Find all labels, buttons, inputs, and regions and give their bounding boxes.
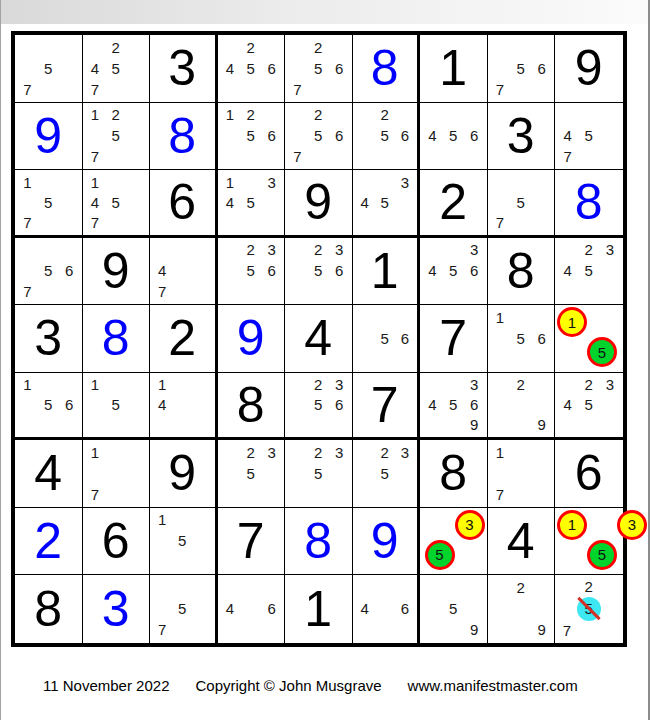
candidate-2: 2 xyxy=(240,37,261,58)
cell-r2c7[interactable]: 456 xyxy=(420,103,488,171)
cell-r9c1[interactable]: 8 xyxy=(15,575,83,643)
candidate-pos-2 xyxy=(443,577,464,598)
cell-r3c4[interactable]: 1345 xyxy=(218,170,286,238)
candidate-5: 5 xyxy=(105,125,126,146)
candidate-pos-6 xyxy=(261,463,282,484)
cell-r1c5[interactable]: 2567 xyxy=(285,35,353,103)
candidate-pos-7 xyxy=(557,367,587,370)
candidate-pos-6 xyxy=(617,337,621,367)
candidate-grid: 17 xyxy=(83,440,150,507)
candidate-pos-6 xyxy=(617,540,647,570)
candidate-pos-1 xyxy=(220,577,241,598)
candidate-4: 4 xyxy=(422,395,443,415)
entered-digit: 8 xyxy=(371,43,399,93)
candidate-pos-1 xyxy=(287,375,308,395)
candidate-5: 5 xyxy=(240,463,261,484)
candidate-pos-1 xyxy=(490,172,511,192)
candidate-5: 5 xyxy=(375,125,395,146)
highlight-yellow-candidate-1[interactable]: 1 xyxy=(557,307,587,337)
candidate-pos-8 xyxy=(443,146,464,167)
cell-r1c3[interactable]: 3 xyxy=(150,35,218,103)
cell-r2c8[interactable]: 3 xyxy=(488,103,556,171)
highlight-yellow-candidate-3[interactable]: 3 xyxy=(617,510,647,540)
candidate-pos-4 xyxy=(17,58,38,79)
candidate-pos-2 xyxy=(375,172,395,192)
candidate-pos-1 xyxy=(17,240,38,261)
candidate-pos-8 xyxy=(38,281,59,302)
candidate-6: 6 xyxy=(261,125,282,146)
candidate-pos-8 xyxy=(172,619,192,640)
cell-r3c9[interactable]: 8 xyxy=(555,170,623,238)
candidate-2: 2 xyxy=(308,375,329,395)
candidate-pos-4 xyxy=(85,395,106,415)
cell-r6c5[interactable]: 2356 xyxy=(285,373,353,441)
candidate-pos-5: 5 xyxy=(587,337,617,367)
candidate-pos-2 xyxy=(375,577,395,598)
cell-r6c3[interactable]: 14 xyxy=(150,373,218,441)
candidate-pos-9 xyxy=(126,484,147,505)
highlight-yellow-candidate-3[interactable]: 3 xyxy=(455,510,485,540)
cell-r7c3[interactable]: 9 xyxy=(150,440,218,508)
candidate-grid: 34569 xyxy=(420,373,487,438)
cell-r5c5[interactable]: 4 xyxy=(285,305,353,373)
candidate-grid: 567 xyxy=(488,35,555,102)
candidate-pos-1 xyxy=(355,577,375,598)
candidate-5: 5 xyxy=(38,192,59,212)
candidate-grid: 2356 xyxy=(218,238,285,305)
candidate-grid: 235 xyxy=(285,440,352,507)
given-digit: 6 xyxy=(168,177,196,227)
cell-r9c8[interactable]: 29 xyxy=(488,575,556,643)
cell-r4c1[interactable]: 567 xyxy=(15,238,83,306)
candidate-pos-9 xyxy=(395,484,415,505)
candidate-5: 5 xyxy=(375,463,395,484)
candidate-grid: 57 xyxy=(15,35,82,102)
cell-r5c2[interactable]: 8 xyxy=(83,305,151,373)
cell-r8c7[interactable]: 35 xyxy=(420,508,488,576)
candidate-3: 3 xyxy=(464,375,485,395)
cell-r7c9[interactable]: 6 xyxy=(555,440,623,508)
candidate-6: 6 xyxy=(464,395,485,415)
candidate-5: 5 xyxy=(443,395,464,415)
cell-r8c8[interactable]: 4 xyxy=(488,508,556,576)
candidate-pos-8 xyxy=(308,415,329,435)
cell-r7c4[interactable]: 235 xyxy=(218,440,286,508)
candidate-pos-7 xyxy=(355,619,375,640)
candidate-5: 5 xyxy=(240,260,261,281)
candidate-pos-1 xyxy=(490,577,511,598)
candidate-pos-8 xyxy=(375,212,395,232)
candidate-1: 1 xyxy=(85,375,106,395)
cell-r1c6[interactable]: 8 xyxy=(353,35,421,103)
candidate-pos-3: 3 xyxy=(455,510,485,540)
candidate-pos-7 xyxy=(152,551,172,572)
cell-r9c9[interactable]: 257 xyxy=(555,575,623,643)
cell-r8c6[interactable]: 9 xyxy=(353,508,421,576)
candidate-pos-9 xyxy=(329,415,350,435)
candidate-pos-7 xyxy=(355,349,375,370)
candidate-grid: 56 xyxy=(353,305,418,372)
candidate-3: 3 xyxy=(329,442,350,463)
candidate-pos-4 xyxy=(355,328,375,349)
candidate-pos-8 xyxy=(578,146,599,167)
candidate-pos-4 xyxy=(220,463,241,484)
candidate-pos-4 xyxy=(557,597,577,621)
candidate-5: 5 xyxy=(172,598,192,619)
candidate-pos-6 xyxy=(126,192,147,212)
candidate-2: 2 xyxy=(578,375,599,395)
cell-r8c9[interactable]: 135 xyxy=(555,508,623,576)
cell-r2c6[interactable]: 256 xyxy=(353,103,421,171)
candidate-pos-9 xyxy=(59,281,80,302)
candidate-pos-8 xyxy=(510,415,531,435)
candidate-pos-6 xyxy=(599,125,620,146)
candidate-grid: 456 xyxy=(420,103,487,170)
cell-r5c3[interactable]: 2 xyxy=(150,305,218,373)
candidate-2: 2 xyxy=(105,105,126,126)
highlight-green-candidate-5[interactable]: 5 xyxy=(587,337,617,367)
candidate-pos-7 xyxy=(422,619,443,640)
candidate-7: 7 xyxy=(85,146,106,167)
given-digit: 8 xyxy=(237,380,265,430)
candidate-pos-3 xyxy=(59,37,80,58)
highlight-yellow-candidate-1[interactable]: 1 xyxy=(557,510,587,540)
candidate-7: 7 xyxy=(85,212,106,232)
candidate-grid: 3456 xyxy=(420,238,487,305)
cell-r1c4[interactable]: 2456 xyxy=(218,35,286,103)
candidate-5: 5 xyxy=(38,58,59,79)
given-digit: 6 xyxy=(102,516,130,566)
candidate-pos-9 xyxy=(261,146,282,167)
candidate-pos-9 xyxy=(599,146,620,167)
candidate-6: 6 xyxy=(531,328,552,349)
candidate-pos-9 xyxy=(261,79,282,100)
cell-r4c9[interactable]: 2345 xyxy=(555,238,623,306)
candidate-pos-6 xyxy=(59,192,80,212)
cell-r5c9[interactable]: 15 xyxy=(555,305,623,373)
cell-r3c3[interactable]: 6 xyxy=(150,170,218,238)
candidate-pos-1 xyxy=(355,307,375,328)
candidate-9: 9 xyxy=(531,619,552,640)
candidate-pos-3 xyxy=(261,37,282,58)
footer-copyright: Copyright © John Musgrave xyxy=(195,677,381,694)
candidate-pos-7 xyxy=(220,281,241,302)
candidate-pos-3 xyxy=(59,375,80,395)
candidate-grid: 29 xyxy=(488,373,555,438)
cell-r2c5[interactable]: 2567 xyxy=(285,103,353,171)
cell-r6c1[interactable]: 156 xyxy=(15,373,83,441)
cell-r7c2[interactable]: 17 xyxy=(83,440,151,508)
candidate-5: 5 xyxy=(443,598,464,619)
candidate-pos-1 xyxy=(490,37,511,58)
candidate-4: 4 xyxy=(422,125,443,146)
candidate-grid: 15 xyxy=(83,373,150,438)
candidate-pos-1 xyxy=(355,172,375,192)
cell-r8c3[interactable]: 15 xyxy=(150,508,218,576)
cell-r6c8[interactable]: 29 xyxy=(488,373,556,441)
entered-digit: 3 xyxy=(102,584,130,634)
cell-r3c7[interactable]: 2 xyxy=(420,170,488,238)
cell-r1c8[interactable]: 567 xyxy=(488,35,556,103)
cell-r4c3[interactable]: 47 xyxy=(150,238,218,306)
cell-r2c1[interactable]: 9 xyxy=(15,103,83,171)
candidate-pos-9 xyxy=(59,415,80,435)
entered-digit: 8 xyxy=(304,516,332,566)
cell-r3c5[interactable]: 9 xyxy=(285,170,353,238)
cell-r3c1[interactable]: 157 xyxy=(15,170,83,238)
candidate-pos-6 xyxy=(395,463,415,484)
cell-r3c8[interactable]: 57 xyxy=(488,170,556,238)
cell-r2c2[interactable]: 1257 xyxy=(83,103,151,171)
candidate-1: 1 xyxy=(85,442,106,463)
candidate-4: 4 xyxy=(220,598,241,619)
candidate-5: 5 xyxy=(38,260,59,281)
candidate-pos-5: 5 xyxy=(587,540,617,570)
candidate-pos-8 xyxy=(105,415,126,435)
candidate-5: 5 xyxy=(510,192,531,212)
cell-r8c2[interactable]: 6 xyxy=(83,508,151,576)
given-digit: 8 xyxy=(507,246,535,296)
candidate-1: 1 xyxy=(17,172,38,192)
cell-r1c2[interactable]: 2457 xyxy=(83,35,151,103)
candidate-pos-3 xyxy=(126,37,147,58)
candidate-pos-7 xyxy=(557,415,578,435)
candidate-pos-7 xyxy=(422,281,443,302)
candidate-pos-2 xyxy=(38,375,59,395)
candidate-pos-9 xyxy=(599,415,620,435)
candidate-3: 3 xyxy=(599,240,620,261)
candidate-pos-7 xyxy=(152,415,172,435)
cell-r9c3[interactable]: 57 xyxy=(150,575,218,643)
candidate-6: 6 xyxy=(395,598,415,619)
cell-r8c5[interactable]: 8 xyxy=(285,508,353,576)
cell-r1c7[interactable]: 1 xyxy=(420,35,488,103)
candidate-pos-9 xyxy=(192,619,212,640)
candidate-pos-4 xyxy=(152,598,172,619)
candidate-pos-6 xyxy=(126,125,147,146)
cell-r4c7[interactable]: 3456 xyxy=(420,238,488,306)
candidate-grid: 1257 xyxy=(83,103,150,170)
cell-r3c6[interactable]: 345 xyxy=(353,170,421,238)
cell-r5c6[interactable]: 56 xyxy=(353,305,421,373)
given-digit: 4 xyxy=(507,516,535,566)
highlight-green-candidate-5[interactable]: 5 xyxy=(425,540,455,570)
candidate-5: 5 xyxy=(105,58,126,79)
cell-r6c7[interactable]: 34569 xyxy=(420,373,488,441)
candidate-grid: 17 xyxy=(488,440,555,507)
candidate-grid: 235 xyxy=(353,440,418,507)
given-digit: 4 xyxy=(304,313,332,363)
candidate-5: 5 xyxy=(38,395,59,415)
candidate-2: 2 xyxy=(375,442,395,463)
candidate-pos-1 xyxy=(287,37,308,58)
candidate-pos-2 xyxy=(172,240,192,261)
candidate-grid: 235 xyxy=(218,440,285,507)
cell-r9c5[interactable]: 1 xyxy=(285,575,353,643)
candidate-grid: 1345 xyxy=(218,170,285,235)
candidate-pos-4 xyxy=(355,125,375,146)
candidate-grid: 1457 xyxy=(83,170,150,235)
candidate-5: 5 xyxy=(510,328,531,349)
candidate-6: 6 xyxy=(261,260,282,281)
highlight-green-candidate-5[interactable]: 5 xyxy=(587,540,617,570)
candidate-grid: 156 xyxy=(488,305,555,372)
candidate-9: 9 xyxy=(531,415,552,435)
candidate-pos-3 xyxy=(531,375,552,395)
entered-digit: 8 xyxy=(168,111,196,161)
cell-r2c9[interactable]: 457 xyxy=(555,103,623,171)
cell-r9c4[interactable]: 46 xyxy=(218,575,286,643)
candidate-grid: 35 xyxy=(420,508,487,575)
candidate-pos-7 xyxy=(287,415,308,435)
candidate-pos-1: 1 xyxy=(557,307,587,337)
candidate-7: 7 xyxy=(152,281,172,302)
candidate-1: 1 xyxy=(490,307,511,328)
candidate-pos-8 xyxy=(443,415,464,435)
cell-r7c6[interactable]: 235 xyxy=(353,440,421,508)
cell-r2c3[interactable]: 8 xyxy=(150,103,218,171)
candidate-5: 5 xyxy=(105,395,126,415)
candidate-grid: 2356 xyxy=(285,373,352,438)
candidate-grid: 46 xyxy=(218,575,285,643)
cell-r5c1[interactable]: 3 xyxy=(15,305,83,373)
candidate-6: 6 xyxy=(395,125,415,146)
eliminated-candidate-5[interactable]: 5 xyxy=(577,597,601,621)
candidate-5: 5 xyxy=(105,192,126,212)
cell-r8c4[interactable]: 7 xyxy=(218,508,286,576)
candidate-pos-9 xyxy=(126,146,147,167)
cell-r4c6[interactable]: 1 xyxy=(353,238,421,306)
entered-digit: 8 xyxy=(575,177,603,227)
candidate-pos-4 xyxy=(287,395,308,415)
candidate-pos-9 xyxy=(126,212,147,232)
candidate-grid: 2567 xyxy=(285,35,352,102)
cell-r7c1[interactable]: 4 xyxy=(15,440,83,508)
candidate-pos-9 xyxy=(395,349,415,370)
cell-r6c9[interactable]: 2345 xyxy=(555,373,623,441)
candidate-grid: 2345 xyxy=(555,373,623,438)
candidate-pos-9 xyxy=(531,349,552,370)
candidate-pos-1 xyxy=(287,442,308,463)
candidate-5: 5 xyxy=(308,260,329,281)
cell-r7c5[interactable]: 235 xyxy=(285,440,353,508)
cell-r5c7[interactable]: 7 xyxy=(420,305,488,373)
candidate-5: 5 xyxy=(510,58,531,79)
cell-r3c2[interactable]: 1457 xyxy=(83,170,151,238)
cell-r6c2[interactable]: 15 xyxy=(83,373,151,441)
candidate-pos-3 xyxy=(192,375,212,395)
cell-r9c2[interactable]: 3 xyxy=(83,575,151,643)
candidate-5: 5 xyxy=(308,125,329,146)
footer-website: www.manifestmaster.com xyxy=(408,677,578,694)
candidate-pos-7 xyxy=(220,484,241,505)
candidate-2: 2 xyxy=(578,240,599,261)
cell-r6c4[interactable]: 8 xyxy=(218,373,286,441)
candidate-4: 4 xyxy=(355,192,375,212)
candidate-pos-8 xyxy=(375,484,395,505)
cell-r6c6[interactable]: 7 xyxy=(353,373,421,441)
given-digit: 6 xyxy=(575,448,603,498)
candidate-grid: 257 xyxy=(555,575,623,643)
candidate-pos-6 xyxy=(126,463,147,484)
cell-r7c8[interactable]: 17 xyxy=(488,440,556,508)
candidate-pos-8 xyxy=(240,212,261,232)
candidate-pos-4 xyxy=(490,395,511,415)
cell-r4c2[interactable]: 9 xyxy=(83,238,151,306)
candidate-2: 2 xyxy=(510,577,531,598)
candidate-pos-4 xyxy=(287,125,308,146)
cell-r1c9[interactable]: 9 xyxy=(555,35,623,103)
candidate-3: 3 xyxy=(464,240,485,261)
candidate-pos-5 xyxy=(240,598,261,619)
candidate-pos-7 xyxy=(85,415,106,435)
candidate-pos-8 xyxy=(105,484,126,505)
given-digit: 3 xyxy=(34,313,62,363)
cell-r9c7[interactable]: 59 xyxy=(420,575,488,643)
candidate-pos-1 xyxy=(17,37,38,58)
candidate-pos-2 xyxy=(510,442,531,463)
candidate-pos-8 xyxy=(375,619,395,640)
candidate-5: 5 xyxy=(308,395,329,415)
given-digit: 1 xyxy=(371,246,399,296)
candidate-pos-3 xyxy=(192,240,212,261)
candidate-pos-6 xyxy=(59,58,80,79)
candidate-4: 4 xyxy=(557,260,578,281)
candidate-pos-8 xyxy=(308,146,329,167)
candidate-pos-1 xyxy=(287,105,308,126)
candidate-pos-5 xyxy=(510,463,531,484)
candidate-7: 7 xyxy=(557,621,577,641)
cell-r2c4[interactable]: 1256 xyxy=(218,103,286,171)
candidate-pos-3 xyxy=(192,577,212,598)
candidate-1: 1 xyxy=(85,172,106,192)
candidate-pos-9 xyxy=(261,281,282,302)
candidate-6: 6 xyxy=(531,58,552,79)
candidate-9: 9 xyxy=(464,619,485,640)
candidate-pos-7 xyxy=(490,415,511,435)
candidate-4: 4 xyxy=(220,192,241,212)
cell-r4c4[interactable]: 2356 xyxy=(218,238,286,306)
candidate-pos-8 xyxy=(105,79,126,100)
candidate-pos-1 xyxy=(220,240,241,261)
candidate-pos-7 xyxy=(355,484,375,505)
cell-r9c6[interactable]: 46 xyxy=(353,575,421,643)
cell-r5c8[interactable]: 156 xyxy=(488,305,556,373)
candidate-1: 1 xyxy=(152,510,172,531)
cell-r1c1[interactable]: 57 xyxy=(15,35,83,103)
cell-r4c8[interactable]: 8 xyxy=(488,238,556,306)
candidate-pos-8 xyxy=(38,415,59,435)
candidate-pos-3 xyxy=(599,105,620,126)
cell-r7c7[interactable]: 8 xyxy=(420,440,488,508)
sudoku-board: 5724573245625678156799125781256256725645… xyxy=(11,31,627,647)
candidate-grid: 2567 xyxy=(285,103,352,170)
candidate-4: 4 xyxy=(85,58,106,79)
candidate-pos-7 xyxy=(557,570,587,573)
candidate-pos-8 xyxy=(510,349,531,370)
candidate-7: 7 xyxy=(490,484,511,505)
candidate-pos-2 xyxy=(425,510,455,540)
candidate-pos-6 xyxy=(395,192,415,212)
cell-r4c5[interactable]: 2356 xyxy=(285,238,353,306)
candidate-6: 6 xyxy=(395,328,415,349)
cell-r8c1[interactable]: 2 xyxy=(15,508,83,576)
cell-r5c4[interactable]: 9 xyxy=(218,305,286,373)
candidate-6: 6 xyxy=(59,260,80,281)
candidate-pos-4 xyxy=(287,58,308,79)
candidate-3: 3 xyxy=(329,375,350,395)
candidate-pos-1 xyxy=(85,37,106,58)
